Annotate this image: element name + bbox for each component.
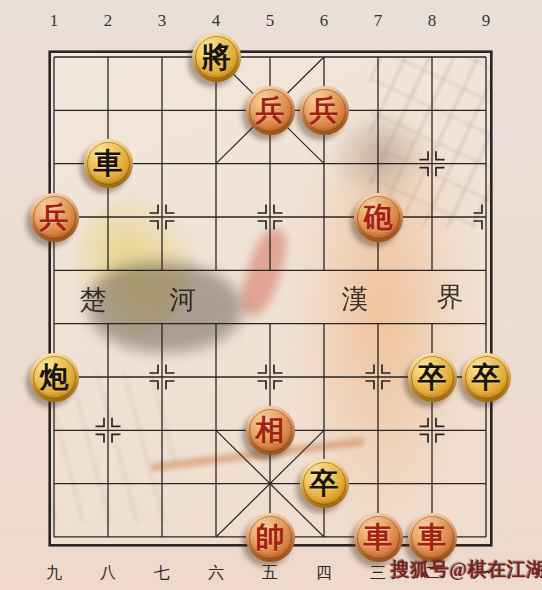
file-label-bottom-4: 六	[208, 563, 224, 584]
black-chariot-glyph: 車	[94, 149, 123, 178]
red-chariot-glyph: 車	[364, 523, 393, 552]
red-elephant[interactable]: 相	[246, 406, 295, 455]
file-label-top-9: 9	[482, 11, 491, 31]
red-chariot-glyph: 車	[418, 523, 447, 552]
black-soldier[interactable]: 卒	[300, 459, 349, 508]
black-soldier-glyph: 卒	[418, 363, 447, 392]
red-general[interactable]: 帥	[246, 513, 295, 562]
file-label-bottom-6: 四	[316, 563, 332, 584]
red-soldier[interactable]: 兵	[30, 193, 79, 242]
red-soldier[interactable]: 兵	[246, 86, 295, 135]
black-soldier-glyph: 卒	[310, 469, 339, 498]
file-label-top-2: 2	[104, 11, 113, 31]
black-cannon[interactable]: 炮	[30, 353, 79, 402]
file-label-top-6: 6	[320, 11, 329, 31]
file-label-top-3: 3	[158, 11, 167, 31]
file-label-bottom-5: 五	[262, 563, 278, 584]
red-soldier-glyph: 兵	[40, 203, 69, 232]
xiangqi-screenshot: 123456789 九八七六五四三二一 楚河漢界 將兵兵車兵砲炮卒卒相卒帥車車 …	[0, 0, 542, 590]
file-label-bottom-2: 八	[100, 563, 116, 584]
red-soldier-glyph: 兵	[256, 96, 285, 125]
black-cannon-glyph: 炮	[40, 363, 69, 392]
red-general-glyph: 帥	[256, 523, 285, 552]
file-label-bottom-7: 三	[370, 563, 386, 584]
red-soldier[interactable]: 兵	[300, 86, 349, 135]
red-cannon[interactable]: 砲	[354, 193, 403, 242]
file-label-top-8: 8	[428, 11, 437, 31]
file-label-bottom-1: 九	[46, 563, 62, 584]
file-label-top-1: 1	[50, 11, 59, 31]
red-chariot[interactable]: 車	[354, 513, 403, 562]
black-soldier[interactable]: 卒	[462, 353, 511, 402]
black-chariot[interactable]: 車	[84, 139, 133, 188]
file-label-bottom-3: 七	[154, 563, 170, 584]
file-label-top-7: 7	[374, 11, 383, 31]
red-elephant-glyph: 相	[256, 416, 285, 445]
red-chariot[interactable]: 車	[408, 513, 457, 562]
black-soldier-glyph: 卒	[472, 363, 501, 392]
red-cannon-glyph: 砲	[364, 203, 393, 232]
watermark-text: 搜狐号@棋在江湖	[391, 557, 542, 583]
black-general-glyph: 將	[202, 43, 231, 72]
file-label-top-5: 5	[266, 11, 275, 31]
black-soldier[interactable]: 卒	[408, 353, 457, 402]
black-general[interactable]: 將	[192, 33, 241, 82]
red-soldier-glyph: 兵	[310, 96, 339, 125]
piece-layer[interactable]: 將兵兵車兵砲炮卒卒相卒帥車車	[27, 31, 513, 564]
file-label-top-4: 4	[212, 11, 221, 31]
